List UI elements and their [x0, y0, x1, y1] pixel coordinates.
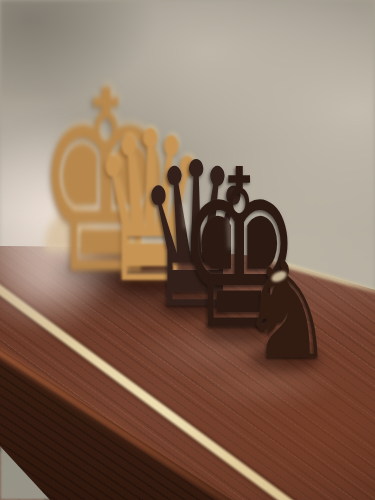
- photo-stage: ♟ ♚ ♛ ♛ ♚ ♞: [0, 0, 375, 500]
- black-knight-piece: ♞: [239, 244, 335, 378]
